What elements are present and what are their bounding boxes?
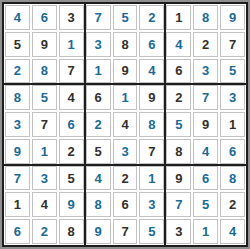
sudoku-grid-frame: 4637521895913864272871946358546192733762… (2, 2, 248, 247)
sudoku-cell-r9c8[interactable]: 1 (193, 219, 218, 244)
sudoku-cell-r8c1[interactable]: 1 (5, 192, 30, 217)
sudoku-cell-r8c5[interactable]: 6 (113, 192, 138, 217)
sudoku-cell-r6c8[interactable]: 4 (193, 139, 218, 164)
sudoku-cell-r4c3[interactable]: 4 (59, 85, 84, 110)
sudoku-cell-r7c9[interactable]: 8 (220, 166, 245, 191)
sudoku-cell-r1c6[interactable]: 2 (139, 5, 164, 30)
sudoku-cell-r4c7[interactable]: 2 (166, 85, 191, 110)
sudoku-cell-r4c9[interactable]: 3 (220, 85, 245, 110)
sudoku-cell-r7c2[interactable]: 3 (32, 166, 57, 191)
sudoku-cell-r1c1[interactable]: 4 (5, 5, 30, 30)
sudoku-cell-r7c3[interactable]: 5 (59, 166, 84, 191)
sudoku-cell-r2c2[interactable]: 9 (32, 32, 57, 57)
sudoku-cell-r1c3[interactable]: 3 (59, 5, 84, 30)
sudoku-cell-r8c2[interactable]: 4 (32, 192, 57, 217)
sudoku-cell-r9c2[interactable]: 2 (32, 219, 57, 244)
sudoku-cell-r6c3[interactable]: 2 (59, 139, 84, 164)
sudoku-cell-r4c6[interactable]: 9 (139, 85, 164, 110)
sudoku-cell-r3c8[interactable]: 3 (193, 59, 218, 84)
sudoku-cell-r7c5[interactable]: 2 (113, 166, 138, 191)
sudoku-grid: 4637521895913864272871946358546192733762… (4, 4, 246, 245)
sudoku-cell-r4c1[interactable]: 8 (5, 85, 30, 110)
sudoku-cell-r6c5[interactable]: 3 (113, 139, 138, 164)
sudoku-cell-r6c2[interactable]: 1 (32, 139, 57, 164)
box-divider-vertical-2 (164, 4, 166, 245)
sudoku-cell-r5c8[interactable]: 9 (193, 112, 218, 137)
sudoku-cell-r1c9[interactable]: 9 (220, 5, 245, 30)
sudoku-cell-r1c4[interactable]: 7 (86, 5, 111, 30)
sudoku-cell-r9c9[interactable]: 4 (220, 219, 245, 244)
sudoku-cell-r1c8[interactable]: 8 (193, 5, 218, 30)
sudoku-cell-r2c9[interactable]: 7 (220, 32, 245, 57)
sudoku-cell-r6c7[interactable]: 8 (166, 139, 191, 164)
sudoku-cell-r2c6[interactable]: 6 (139, 32, 164, 57)
box-divider-horizontal-1 (4, 83, 246, 85)
sudoku-cell-r9c1[interactable]: 6 (5, 219, 30, 244)
sudoku-cell-r5c2[interactable]: 7 (32, 112, 57, 137)
sudoku-cell-r1c5[interactable]: 5 (113, 5, 138, 30)
sudoku-cell-r8c3[interactable]: 9 (59, 192, 84, 217)
box-divider-horizontal-2 (4, 164, 246, 166)
sudoku-cell-r3c4[interactable]: 1 (86, 59, 111, 84)
sudoku-cell-r3c2[interactable]: 8 (32, 59, 57, 84)
sudoku-cell-r5c5[interactable]: 4 (113, 112, 138, 137)
sudoku-cell-r2c1[interactable]: 5 (5, 32, 30, 57)
sudoku-cell-r4c8[interactable]: 7 (193, 85, 218, 110)
sudoku-cell-r5c7[interactable]: 5 (166, 112, 191, 137)
sudoku-cell-r7c4[interactable]: 4 (86, 166, 111, 191)
sudoku-cell-r1c7[interactable]: 1 (166, 5, 191, 30)
sudoku-cell-r9c7[interactable]: 3 (166, 219, 191, 244)
sudoku-cell-r3c7[interactable]: 6 (166, 59, 191, 84)
sudoku-cell-r9c4[interactable]: 9 (86, 219, 111, 244)
sudoku-cell-r3c9[interactable]: 5 (220, 59, 245, 84)
sudoku-cell-r5c4[interactable]: 2 (86, 112, 111, 137)
sudoku-cell-r9c3[interactable]: 8 (59, 219, 84, 244)
sudoku-cell-r2c4[interactable]: 3 (86, 32, 111, 57)
sudoku-cell-r5c9[interactable]: 1 (220, 112, 245, 137)
sudoku-cell-r4c4[interactable]: 6 (86, 85, 111, 110)
sudoku-board: 4637521895913864272871946358546192733762… (0, 0, 250, 249)
sudoku-cell-r5c3[interactable]: 6 (59, 112, 84, 137)
sudoku-cell-r8c4[interactable]: 8 (86, 192, 111, 217)
sudoku-cell-r7c6[interactable]: 1 (139, 166, 164, 191)
sudoku-cell-r3c1[interactable]: 2 (5, 59, 30, 84)
sudoku-cell-r1c2[interactable]: 6 (32, 5, 57, 30)
sudoku-cell-r8c6[interactable]: 3 (139, 192, 164, 217)
sudoku-cell-r6c6[interactable]: 7 (139, 139, 164, 164)
sudoku-cell-r8c7[interactable]: 7 (166, 192, 191, 217)
sudoku-cell-r9c6[interactable]: 5 (139, 219, 164, 244)
sudoku-cell-r7c7[interactable]: 9 (166, 166, 191, 191)
sudoku-cell-r3c3[interactable]: 7 (59, 59, 84, 84)
sudoku-cell-r2c7[interactable]: 4 (166, 32, 191, 57)
sudoku-cell-r2c3[interactable]: 1 (59, 32, 84, 57)
sudoku-cell-r6c9[interactable]: 6 (220, 139, 245, 164)
sudoku-cell-r5c6[interactable]: 8 (139, 112, 164, 137)
sudoku-cell-r6c4[interactable]: 5 (86, 139, 111, 164)
sudoku-cell-r7c8[interactable]: 6 (193, 166, 218, 191)
sudoku-cell-r9c5[interactable]: 7 (113, 219, 138, 244)
sudoku-cell-r3c6[interactable]: 4 (139, 59, 164, 84)
sudoku-cell-r2c5[interactable]: 8 (113, 32, 138, 57)
sudoku-cell-r8c9[interactable]: 2 (220, 192, 245, 217)
sudoku-cell-r8c8[interactable]: 5 (193, 192, 218, 217)
sudoku-cell-r4c5[interactable]: 1 (113, 85, 138, 110)
sudoku-cell-r7c1[interactable]: 7 (5, 166, 30, 191)
sudoku-cell-r3c5[interactable]: 9 (113, 59, 138, 84)
box-divider-vertical-1 (84, 4, 86, 245)
sudoku-cell-r4c2[interactable]: 5 (32, 85, 57, 110)
sudoku-cell-r6c1[interactable]: 9 (5, 139, 30, 164)
sudoku-cell-r2c8[interactable]: 2 (193, 32, 218, 57)
sudoku-cell-r5c1[interactable]: 3 (5, 112, 30, 137)
